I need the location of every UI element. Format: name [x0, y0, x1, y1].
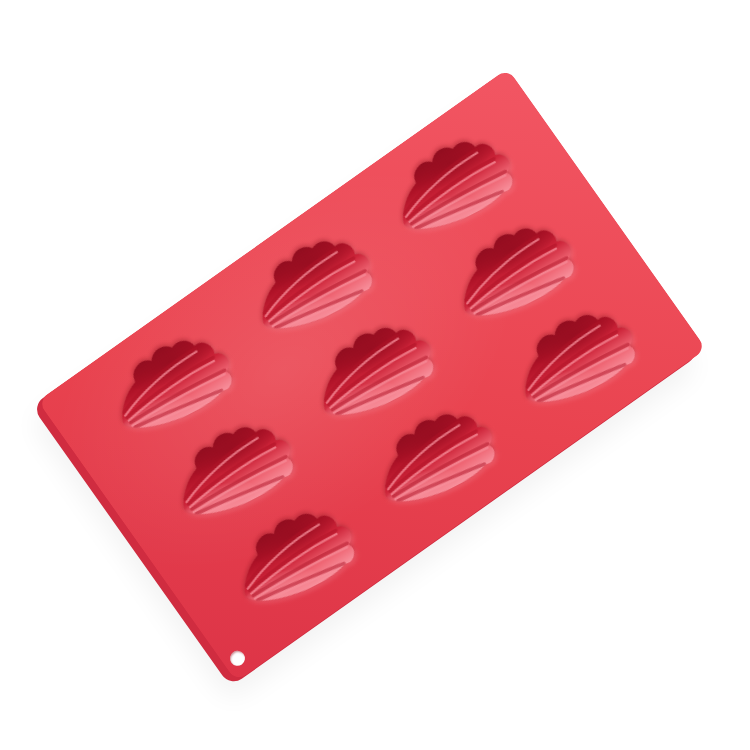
cavity-grid: [38, 68, 707, 682]
photo-background: [0, 0, 750, 750]
silicone-madeleine-mold: [38, 68, 707, 682]
